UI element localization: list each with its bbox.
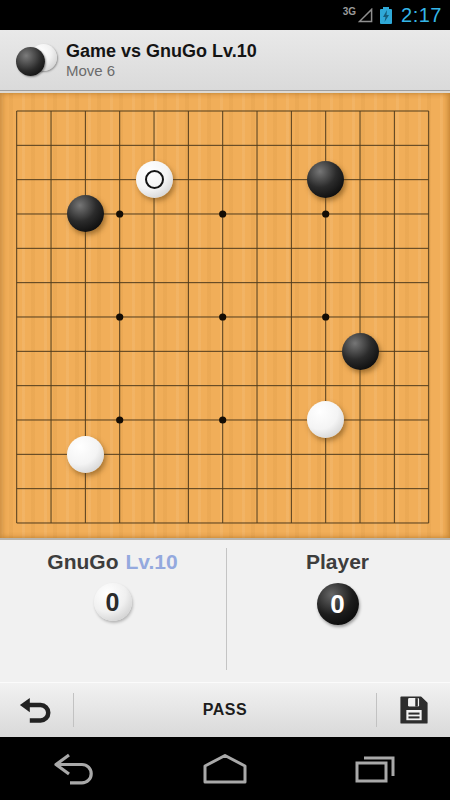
star-point <box>322 313 329 320</box>
recents-button[interactable] <box>300 753 450 785</box>
star-point <box>322 210 329 217</box>
star-point <box>219 416 226 423</box>
page-title: Game vs GnuGo Lv.10 <box>66 40 257 62</box>
home-button[interactable] <box>150 753 300 785</box>
status-bar: 3G 2:17 <box>0 0 450 30</box>
recents-icon <box>352 753 398 785</box>
board-grid <box>0 93 450 540</box>
save-icon <box>397 693 431 727</box>
pass-button[interactable]: PASS <box>74 683 376 737</box>
network-type-label: 3G <box>343 6 356 17</box>
star-point <box>116 210 123 217</box>
player-score-area: Player 0 <box>225 540 450 682</box>
back-icon <box>52 753 98 785</box>
opponent-name-text: GnuGo <box>47 550 118 574</box>
app-screen: 3G 2:17 Game vs GnuGo Lv.10 Move 6 GnuGo <box>0 0 450 800</box>
stone-white <box>136 161 173 198</box>
black-stone-icon <box>16 47 45 76</box>
last-move-marker <box>145 170 164 189</box>
star-point <box>219 313 226 320</box>
save-button[interactable] <box>377 683 450 737</box>
score-panel: GnuGo Lv.10 0 Player 0 <box>0 540 450 682</box>
opponent-score-area: GnuGo Lv.10 0 <box>0 540 225 682</box>
opponent-level: Lv.10 <box>126 550 178 574</box>
battery-charging-icon <box>380 7 392 24</box>
undo-icon <box>19 695 55 726</box>
star-point <box>219 210 226 217</box>
star-point <box>116 313 123 320</box>
action-toolbar: PASS <box>0 682 450 737</box>
player-name: Player <box>306 550 369 574</box>
player-name-text: Player <box>306 550 369 574</box>
signal-strength-icon <box>358 8 373 23</box>
header: Game vs GnuGo Lv.10 Move 6 <box>0 30 450 91</box>
black-captures-counter: 0 <box>317 583 359 625</box>
header-titles: Game vs GnuGo Lv.10 Move 6 <box>66 40 257 80</box>
android-navbar <box>0 737 450 800</box>
stone-black <box>342 333 379 370</box>
undo-button[interactable] <box>0 683 73 737</box>
clock: 2:17 <box>401 4 442 27</box>
move-counter: Move 6 <box>66 62 257 80</box>
go-board[interactable] <box>0 91 450 540</box>
white-captures-counter: 0 <box>94 583 132 621</box>
home-icon <box>201 753 249 785</box>
stone-white <box>67 436 104 473</box>
star-point <box>116 416 123 423</box>
app-icon-go-stones <box>16 43 58 77</box>
opponent-name: GnuGo Lv.10 <box>47 550 177 574</box>
back-button[interactable] <box>0 753 150 785</box>
